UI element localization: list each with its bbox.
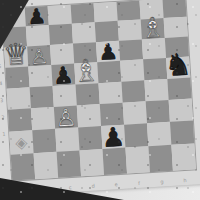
square-g4[interactable] <box>144 79 168 101</box>
board-grid: ♟♗♕♙♟♟♗♞♙◈♟ <box>2 0 196 181</box>
file-label: h <box>173 176 196 183</box>
square-f5[interactable] <box>120 59 144 81</box>
square-g2[interactable] <box>147 122 171 146</box>
square-b5[interactable] <box>28 65 52 87</box>
square-b3[interactable] <box>31 107 55 130</box>
square-a4[interactable] <box>7 87 31 109</box>
photo-scene: ♟♗♕♙♟♟♗♞♙◈♟ 87654321 abcdefgh <box>0 0 200 200</box>
square-e1[interactable] <box>102 148 127 175</box>
rank-label: 3 <box>0 97 6 104</box>
square-c3[interactable]: ♙ <box>54 106 78 129</box>
square-a5[interactable] <box>5 66 29 88</box>
white-bishop[interactable]: ♗ <box>72 55 101 87</box>
square-g1[interactable] <box>148 145 173 172</box>
rank-label: 2 <box>0 114 8 121</box>
square-e8[interactable] <box>94 2 118 22</box>
square-a6[interactable]: ♕ <box>4 46 28 67</box>
square-h2[interactable] <box>170 120 194 144</box>
square-d3[interactable] <box>77 104 101 127</box>
square-h7[interactable] <box>164 17 188 38</box>
square-d4[interactable] <box>75 83 99 105</box>
file-label: d <box>82 182 105 189</box>
square-b6[interactable]: ♙ <box>27 45 51 66</box>
square-a2[interactable]: ◈ <box>9 130 33 154</box>
chess-board: ♟♗♕♙♟♟♗♞♙◈♟ 87654321 abcdefgh <box>0 0 200 196</box>
square-g6[interactable] <box>142 38 166 59</box>
square-e5[interactable] <box>97 61 121 83</box>
square-b2[interactable] <box>32 129 56 153</box>
square-f8[interactable] <box>117 0 141 20</box>
square-b1[interactable] <box>34 152 59 179</box>
square-d1[interactable] <box>80 149 105 176</box>
square-b4[interactable] <box>30 86 54 108</box>
square-b8[interactable]: ♟ <box>25 6 49 26</box>
square-h5[interactable]: ♞ <box>166 57 190 79</box>
square-c8[interactable] <box>48 5 72 25</box>
square-c1[interactable] <box>57 150 82 177</box>
square-e2[interactable]: ♟ <box>101 125 125 149</box>
square-f4[interactable] <box>121 80 145 102</box>
square-d5[interactable]: ♗ <box>74 62 98 84</box>
square-h3[interactable] <box>169 98 193 121</box>
square-f6[interactable] <box>119 39 143 60</box>
square-f1[interactable] <box>125 146 150 173</box>
square-f2[interactable] <box>124 123 148 147</box>
board-ornament-stamp: ◈ <box>15 134 28 151</box>
file-label: f <box>127 179 150 186</box>
square-e4[interactable] <box>98 82 122 104</box>
rank-label: 4 <box>0 80 5 87</box>
square-d7[interactable] <box>72 22 96 43</box>
rank-label: 1 <box>0 131 9 138</box>
square-d2[interactable] <box>78 126 102 150</box>
square-h8[interactable] <box>162 0 186 18</box>
white-queen[interactable]: ♕ <box>2 39 30 70</box>
square-f7[interactable] <box>118 19 142 40</box>
square-c2[interactable] <box>55 127 79 151</box>
square-e6[interactable]: ♟ <box>96 41 120 62</box>
square-h4[interactable] <box>167 78 191 100</box>
black-knight[interactable]: ♞ <box>164 49 193 81</box>
square-a3[interactable] <box>8 108 32 131</box>
square-g7[interactable]: ♗ <box>141 18 165 39</box>
file-label: e <box>104 181 127 188</box>
square-h1[interactable] <box>171 143 196 170</box>
square-g3[interactable] <box>146 100 170 123</box>
square-f3[interactable] <box>123 101 147 124</box>
rank-label: 5 <box>0 63 4 70</box>
square-d8[interactable] <box>71 3 95 23</box>
file-label: g <box>150 178 173 185</box>
square-a1[interactable] <box>11 153 36 180</box>
square-c7[interactable] <box>49 24 73 45</box>
